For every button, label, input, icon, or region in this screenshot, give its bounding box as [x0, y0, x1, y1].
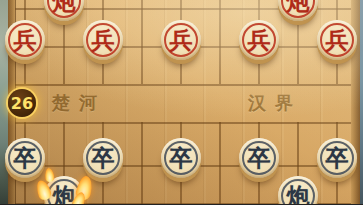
piece-glyph: 兵 — [170, 28, 193, 51]
piece-glyph: 兵 — [326, 28, 349, 51]
round-counter-badge: 26 — [8, 89, 36, 117]
grid-line — [15, 122, 351, 124]
piece-glyph: 炮 — [287, 0, 310, 12]
game-screen: 楚河 汉界 炮炮兵兵兵兵兵卒卒卒卒炮卒炮 26 — [0, 0, 363, 204]
piece-black-soldier[interactable]: 卒 — [161, 138, 201, 178]
piece-black-soldier[interactable]: 卒 — [83, 138, 123, 178]
river-label-han: 汉界 — [248, 91, 302, 115]
piece-red-soldier[interactable]: 兵 — [317, 20, 357, 60]
piece-glyph: 卒 — [92, 146, 115, 169]
grid-line — [141, 122, 143, 204]
piece-glyph: 兵 — [14, 28, 37, 51]
piece-black-soldier[interactable]: 卒 — [5, 138, 45, 178]
piece-glyph: 卒 — [170, 146, 193, 169]
grid-line — [15, 84, 351, 86]
grid-line — [219, 122, 221, 204]
piece-glyph: 兵 — [248, 28, 271, 51]
piece-glyph: 卒 — [14, 146, 37, 169]
piece-red-soldier[interactable]: 兵 — [83, 20, 123, 60]
river-label-chu: 楚河 — [52, 91, 106, 115]
piece-glyph: 炮 — [287, 184, 310, 205]
piece-red-soldier[interactable]: 兵 — [5, 20, 45, 60]
grid-line — [141, 0, 143, 84]
piece-glyph: 卒 — [326, 146, 349, 169]
piece-black-soldier[interactable]: 卒 — [317, 138, 357, 178]
grid-line — [219, 0, 221, 84]
piece-red-soldier[interactable]: 兵 — [239, 20, 279, 60]
piece-red-soldier[interactable]: 兵 — [161, 20, 201, 60]
piece-black-soldier[interactable]: 卒 — [239, 138, 279, 178]
piece-glyph: 兵 — [92, 28, 115, 51]
piece-glyph: 炮 — [53, 184, 76, 205]
piece-glyph: 卒 — [248, 146, 271, 169]
piece-glyph: 炮 — [53, 0, 76, 12]
